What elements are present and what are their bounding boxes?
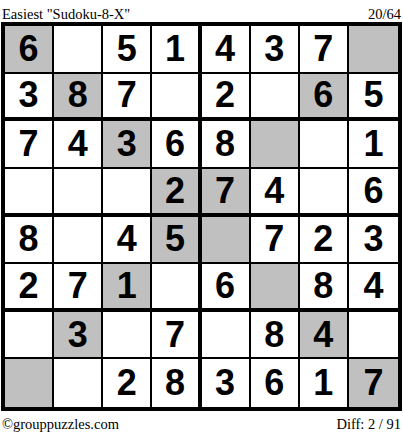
cell-r6c1[interactable]: 2 <box>5 264 54 312</box>
cell-r3c2[interactable]: 4 <box>54 121 103 169</box>
puzzle-title: Easiest "Sudoku-8-X" <box>2 7 130 22</box>
cell-r1c2[interactable] <box>54 26 103 74</box>
cell-r7c2[interactable]: 3 <box>54 312 103 360</box>
cell-r6c2[interactable]: 7 <box>54 264 103 312</box>
cell-r5c4[interactable]: 5 <box>152 217 201 265</box>
cell-r8c6[interactable]: 6 <box>251 359 300 407</box>
cell-r7c1[interactable] <box>5 312 54 360</box>
header: Easiest "Sudoku-8-X" 20/64 <box>0 0 403 22</box>
cell-r4c1[interactable] <box>5 169 54 217</box>
cell-r7c4[interactable]: 7 <box>152 312 201 360</box>
cell-r2c7[interactable]: 6 <box>300 74 349 122</box>
cell-r8c3[interactable]: 2 <box>103 359 152 407</box>
cell-r2c2[interactable]: 8 <box>54 74 103 122</box>
cell-r4c4[interactable]: 2 <box>152 169 201 217</box>
cell-r2c8[interactable]: 5 <box>349 74 398 122</box>
cell-r3c7[interactable] <box>300 121 349 169</box>
cell-r7c5[interactable] <box>202 312 251 360</box>
cell-r6c6[interactable] <box>251 264 300 312</box>
cell-r7c8[interactable] <box>349 312 398 360</box>
cell-r5c5[interactable] <box>202 217 251 265</box>
cell-r2c3[interactable]: 7 <box>103 74 152 122</box>
cell-r8c4[interactable]: 8 <box>152 359 201 407</box>
cell-r1c3[interactable]: 5 <box>103 26 152 74</box>
cell-r1c8[interactable] <box>349 26 398 74</box>
cell-r7c3[interactable] <box>103 312 152 360</box>
cell-r5c8[interactable]: 3 <box>349 217 398 265</box>
footer: ©grouppuzzles.com Diff: 2 / 91 <box>0 411 403 432</box>
cell-r8c2[interactable] <box>54 359 103 407</box>
cell-r6c4[interactable] <box>152 264 201 312</box>
cell-r1c4[interactable]: 1 <box>152 26 201 74</box>
cell-r1c1[interactable]: 6 <box>5 26 54 74</box>
cell-r1c5[interactable]: 4 <box>202 26 251 74</box>
cell-r6c7[interactable]: 8 <box>300 264 349 312</box>
cell-r7c6[interactable]: 8 <box>251 312 300 360</box>
cell-r5c7[interactable]: 2 <box>300 217 349 265</box>
cell-r5c1[interactable]: 8 <box>5 217 54 265</box>
cell-r2c5[interactable]: 2 <box>202 74 251 122</box>
cell-r6c3[interactable]: 1 <box>103 264 152 312</box>
cell-r8c5[interactable]: 3 <box>202 359 251 407</box>
cell-r1c7[interactable]: 7 <box>300 26 349 74</box>
sudoku-grid: 6514373872657436812746845723271684378428… <box>1 22 402 411</box>
difficulty-text: Diff: 2 / 91 <box>336 417 401 432</box>
cell-r3c6[interactable] <box>251 121 300 169</box>
cell-r3c8[interactable]: 1 <box>349 121 398 169</box>
puzzle-page: Easiest "Sudoku-8-X" 20/64 6514373872657… <box>0 0 403 437</box>
cell-r5c6[interactable]: 7 <box>251 217 300 265</box>
copyright-text: ©grouppuzzles.com <box>2 417 119 432</box>
cell-r5c3[interactable]: 4 <box>103 217 152 265</box>
cell-r8c8[interactable]: 7 <box>349 359 398 407</box>
cell-r2c1[interactable]: 3 <box>5 74 54 122</box>
cell-r8c1[interactable] <box>5 359 54 407</box>
cell-r4c7[interactable] <box>300 169 349 217</box>
cell-r2c6[interactable] <box>251 74 300 122</box>
cell-r4c3[interactable] <box>103 169 152 217</box>
cell-r7c7[interactable]: 4 <box>300 312 349 360</box>
cell-r4c5[interactable]: 7 <box>202 169 251 217</box>
cell-r1c6[interactable]: 3 <box>251 26 300 74</box>
cell-r4c6[interactable]: 4 <box>251 169 300 217</box>
cell-r5c2[interactable] <box>54 217 103 265</box>
cell-r2c4[interactable] <box>152 74 201 122</box>
cell-r3c4[interactable]: 6 <box>152 121 201 169</box>
cell-r4c2[interactable] <box>54 169 103 217</box>
given-count: 20/64 <box>368 7 401 22</box>
cell-r4c8[interactable]: 6 <box>349 169 398 217</box>
cell-r3c5[interactable]: 8 <box>202 121 251 169</box>
cell-r3c1[interactable]: 7 <box>5 121 54 169</box>
cell-r6c5[interactable]: 6 <box>202 264 251 312</box>
cell-r6c8[interactable]: 4 <box>349 264 398 312</box>
cell-r3c3[interactable]: 3 <box>103 121 152 169</box>
cell-r8c7[interactable]: 1 <box>300 359 349 407</box>
